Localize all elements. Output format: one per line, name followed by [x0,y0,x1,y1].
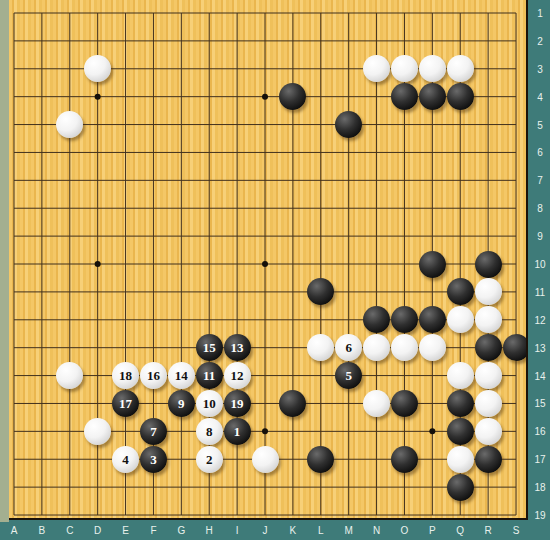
black-stone-I13: 13 [224,334,251,361]
white-stone-R16 [475,418,502,445]
white-stone-C14 [56,362,83,389]
column-labels: ABCDEFGHIJKLMNOPQRS [0,522,550,540]
white-stone-F14: 16 [140,362,167,389]
black-stone-Q11 [447,278,474,305]
black-stone-O4 [391,83,418,110]
white-stone-H17: 2 [196,446,223,473]
black-stone-P4 [419,83,446,110]
white-stone-P3 [419,55,446,82]
go-board-app: 15136181614111251791019781432 1234567891… [0,0,550,540]
black-stone-O15 [391,390,418,417]
black-stone-O17 [391,446,418,473]
white-stone-H15: 10 [196,390,223,417]
row-label-6: 6 [530,147,550,158]
row-label-14: 14 [530,370,550,381]
black-stone-M14: 5 [335,362,362,389]
row-label-18: 18 [530,482,550,493]
column-label-H: H [206,525,213,536]
black-stone-L17 [307,446,334,473]
white-stone-N3 [363,55,390,82]
black-stone-S13 [503,334,528,361]
white-stone-M13: 6 [335,334,362,361]
black-stone-H14: 11 [196,362,223,389]
column-label-E: E [122,525,129,536]
white-stone-C5 [56,111,83,138]
white-stone-P13 [419,334,446,361]
go-board[interactable]: 15136181614111251791019781432 [9,0,528,520]
column-label-O: O [401,525,409,536]
black-stone-N12 [363,306,390,333]
column-label-N: N [373,525,380,536]
stones-layer: 15136181614111251791019781432 [9,0,526,518]
black-stone-P10 [419,251,446,278]
black-stone-R13 [475,334,502,361]
white-stone-J17 [252,446,279,473]
white-stone-Q12 [447,306,474,333]
column-label-S: S [513,525,520,536]
white-stone-N15 [363,390,390,417]
row-label-5: 5 [530,119,550,130]
white-stone-E14: 18 [112,362,139,389]
black-stone-K4 [279,83,306,110]
column-label-P: P [429,525,436,536]
column-label-F: F [150,525,156,536]
black-stone-F17: 3 [140,446,167,473]
row-label-2: 2 [530,35,550,46]
column-label-B: B [39,525,46,536]
row-label-15: 15 [530,398,550,409]
black-stone-E15: 17 [112,390,139,417]
white-stone-G14: 14 [168,362,195,389]
column-label-D: D [94,525,101,536]
row-label-11: 11 [530,286,550,297]
white-stone-D3 [84,55,111,82]
column-label-M: M [345,525,353,536]
row-label-19: 19 [530,510,550,521]
column-label-G: G [177,525,185,536]
black-stone-Q18 [447,474,474,501]
black-stone-Q16 [447,418,474,445]
black-stone-I16: 1 [224,418,251,445]
white-stone-H16: 8 [196,418,223,445]
white-stone-L13 [307,334,334,361]
black-stone-Q15 [447,390,474,417]
row-label-10: 10 [530,259,550,270]
row-label-7: 7 [530,175,550,186]
column-label-R: R [485,525,492,536]
white-stone-R12 [475,306,502,333]
row-label-1: 1 [530,8,550,19]
black-stone-K15 [279,390,306,417]
black-stone-H13: 15 [196,334,223,361]
black-stone-L11 [307,278,334,305]
white-stone-D16 [84,418,111,445]
white-stone-Q14 [447,362,474,389]
black-stone-G15: 9 [168,390,195,417]
row-label-12: 12 [530,314,550,325]
column-label-K: K [290,525,297,536]
column-label-J: J [263,525,268,536]
column-label-Q: Q [456,525,464,536]
column-label-A: A [11,525,18,536]
column-label-I: I [236,525,239,536]
white-stone-O13 [391,334,418,361]
black-stone-Q4 [447,83,474,110]
white-stone-R14 [475,362,502,389]
black-stone-M5 [335,111,362,138]
column-label-L: L [318,525,324,536]
black-stone-I15: 19 [224,390,251,417]
white-stone-I14: 12 [224,362,251,389]
white-stone-Q17 [447,446,474,473]
row-label-13: 13 [530,342,550,353]
white-stone-O3 [391,55,418,82]
row-label-16: 16 [530,426,550,437]
white-stone-N13 [363,334,390,361]
board-left-margin [0,0,9,522]
row-label-17: 17 [530,454,550,465]
white-stone-R15 [475,390,502,417]
black-stone-F16: 7 [140,418,167,445]
row-label-9: 9 [530,231,550,242]
row-labels: 12345678910111213141516171819 [530,0,550,522]
black-stone-R17 [475,446,502,473]
white-stone-Q3 [447,55,474,82]
row-label-8: 8 [530,203,550,214]
white-stone-E17: 4 [112,446,139,473]
column-label-C: C [66,525,73,536]
black-stone-R10 [475,251,502,278]
row-label-3: 3 [530,63,550,74]
black-stone-O12 [391,306,418,333]
row-label-4: 4 [530,91,550,102]
black-stone-P12 [419,306,446,333]
white-stone-R11 [475,278,502,305]
